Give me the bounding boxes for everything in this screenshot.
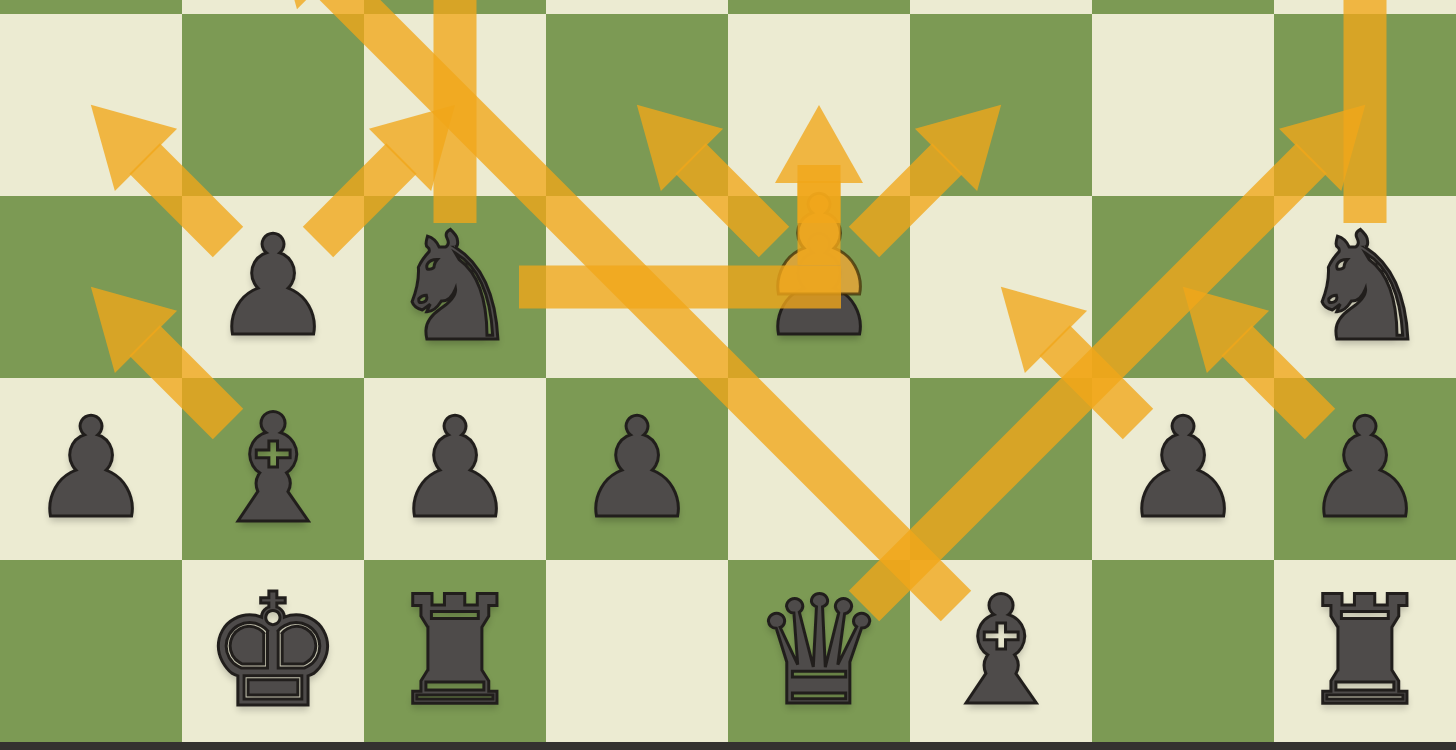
piece-black-bishop-g7[interactable]: ♝ — [182, 378, 364, 560]
square-e6[interactable] — [546, 196, 728, 378]
piece-black-king-g8[interactable]: ♚ — [182, 560, 364, 742]
piece-black-pawn-g6[interactable]: ♟ — [182, 196, 364, 378]
square-c5[interactable] — [910, 14, 1092, 196]
square-d4[interactable] — [728, 0, 910, 14]
square-h5[interactable] — [0, 14, 182, 196]
square-c6[interactable] — [910, 196, 1092, 378]
square-c4[interactable] — [910, 0, 1092, 14]
square-b5[interactable] — [1092, 14, 1274, 196]
square-e4[interactable] — [546, 0, 728, 14]
square-e5[interactable] — [546, 14, 728, 196]
square-g4[interactable] — [182, 0, 364, 14]
square-a4[interactable] — [1274, 0, 1456, 14]
piece-black-pawn-h7[interactable]: ♟ — [0, 378, 182, 560]
piece-black-pawn-a7[interactable]: ♟ — [1274, 378, 1456, 560]
piece-black-knight-f6[interactable]: ♞ — [364, 196, 546, 378]
piece-black-knight-a6[interactable]: ♞ — [1274, 196, 1456, 378]
board-bottom-edge — [0, 742, 1456, 750]
square-c7[interactable] — [910, 378, 1092, 560]
square-f5[interactable] — [364, 14, 546, 196]
piece-black-rook-a8[interactable]: ♜ — [1274, 560, 1456, 742]
piece-black-bishop-c8[interactable]: ♝ — [910, 560, 1092, 742]
square-h6[interactable] — [0, 196, 182, 378]
square-d7[interactable] — [728, 378, 910, 560]
chess-board-region[interactable]: ♜♝♛♜♚♟♟♟♟♝♟♞♟♞♟ ♟ — [0, 0, 1456, 750]
square-b4[interactable] — [1092, 0, 1274, 14]
square-b6[interactable] — [1092, 196, 1274, 378]
piece-black-rook-f8[interactable]: ♜ — [364, 560, 546, 742]
square-b8[interactable] — [1092, 560, 1274, 742]
square-g5[interactable] — [182, 14, 364, 196]
square-h4[interactable] — [0, 0, 182, 14]
piece-black-pawn-f7[interactable]: ♟ — [364, 378, 546, 560]
piece-black-queen-d8[interactable]: ♛ — [728, 560, 910, 742]
piece-black-pawn-e7[interactable]: ♟ — [546, 378, 728, 560]
piece-black-pawn-b7[interactable]: ♟ — [1092, 378, 1274, 560]
ghost-pawn-suggestion-d6: ♟ — [728, 156, 910, 338]
square-h8[interactable] — [0, 560, 182, 742]
square-a5[interactable] — [1274, 14, 1456, 196]
square-f4[interactable] — [364, 0, 546, 14]
square-e8[interactable] — [546, 560, 728, 742]
